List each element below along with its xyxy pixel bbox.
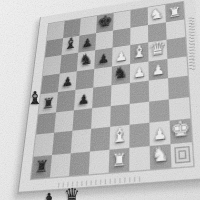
square-c1 [69, 151, 90, 176]
black-pawn-c4: ♟ [77, 92, 90, 107]
square-f2 [129, 123, 149, 148]
white-bishop-e2: ♝ [111, 125, 129, 146]
square-h4 [168, 76, 189, 99]
square-d2 [90, 127, 110, 151]
black-pawn-d6: ♟ [97, 52, 110, 66]
black-rook-a1: ♜ [34, 158, 49, 176]
photo-canvas: ♚♞♜♝♟♞♟♟♝♛♟♞♟♟♜♟♝♟♚♜♜♞ ♝♟♛ [0, 0, 200, 200]
square-h5 [167, 56, 187, 78]
black-king-d8: ♚ [97, 12, 114, 30]
square-h1 [171, 142, 194, 168]
white-pawn-g5: ♟ [151, 63, 164, 78]
square-g3 [149, 99, 170, 123]
square-f1 [129, 145, 150, 171]
chessboard: ♚♞♜♝♟♞♟♟♝♛♟♞♟♟♜♟♝♟♚♜♜♞ [17, 0, 200, 194]
square-d3 [91, 106, 111, 129]
square-b4 [56, 90, 75, 112]
white-bishop-f6: ♝ [131, 42, 147, 60]
square-f4 [130, 81, 149, 104]
square-d1 [89, 149, 110, 174]
square-a2 [34, 133, 54, 157]
captured-black-queen: ♛ [64, 186, 80, 200]
square-b2 [52, 131, 72, 155]
white-king-h2: ♚ [170, 117, 191, 140]
captured-black-bishop: ♝ [27, 89, 43, 107]
black-pawn-c7: ♟ [81, 36, 93, 49]
square-d4 [92, 85, 111, 107]
board-logo-stamp [174, 145, 190, 162]
square-c5 [75, 68, 94, 89]
white-queen-g6: ♛ [149, 39, 167, 59]
white-pawn-e6: ♟ [115, 49, 128, 63]
square-a3 [36, 112, 56, 135]
white-knight-g8: ♞ [149, 6, 164, 22]
square-f3 [130, 101, 150, 125]
square-b3 [54, 110, 74, 133]
black-rook-a4: ♜ [41, 95, 55, 111]
black-bishop-b7: ♝ [63, 35, 79, 52]
black-pawn-b5: ♟ [61, 75, 74, 89]
captured-black-pawn: ♟ [41, 191, 57, 200]
margin-handwriting-mark [189, 16, 195, 71]
square-a5 [41, 73, 60, 94]
black-knight-c6: ♞ [78, 51, 93, 68]
white-knight-g1: ♞ [151, 145, 169, 166]
square-c3 [72, 108, 92, 131]
square-c2 [71, 129, 91, 153]
white-rook-h8: ♜ [168, 5, 182, 19]
white-rook-e1: ♜ [111, 151, 126, 169]
white-pawn-g2: ♟ [153, 125, 167, 142]
square-g4 [149, 78, 169, 101]
square-d5 [93, 66, 112, 88]
white-pawn-f5: ♟ [133, 65, 146, 80]
black-knight-e5: ♞ [113, 64, 129, 82]
square-e4 [111, 83, 130, 106]
square-b1 [50, 153, 71, 178]
